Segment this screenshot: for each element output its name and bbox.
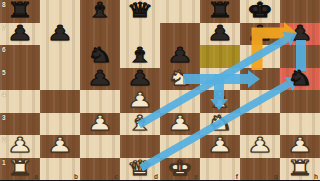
square-f1[interactable]: f (200, 158, 240, 181)
piece-white-pawn[interactable]: ♟ (87, 113, 113, 134)
piece-black-pawn[interactable]: ♟ (7, 23, 33, 44)
square-a5[interactable]: 5 (0, 68, 40, 91)
square-h1[interactable]: h♜ (280, 158, 320, 181)
square-f4[interactable]: ♝ (200, 90, 240, 113)
square-g2[interactable]: ♟ (240, 135, 280, 158)
square-d8[interactable]: ♛ (120, 0, 160, 23)
square-e4[interactable] (160, 90, 200, 113)
square-b1[interactable]: b (40, 158, 80, 181)
square-a4[interactable]: 4 (0, 90, 40, 113)
square-f3[interactable]: ♞ (200, 113, 240, 136)
square-a7[interactable]: 7♟ (0, 23, 40, 46)
square-d5[interactable]: ♟ (120, 68, 160, 91)
piece-white-bishop[interactable]: ♝ (127, 113, 153, 134)
square-e1[interactable]: e♚ (160, 158, 200, 181)
rank-label-4: 4 (2, 91, 6, 98)
piece-black-pawn[interactable]: ♟ (127, 68, 153, 89)
file-label-e: e (194, 173, 198, 180)
piece-white-knight[interactable]: ♞ (167, 68, 193, 89)
square-h5[interactable]: ♞ (280, 68, 320, 91)
square-c2[interactable] (80, 135, 120, 158)
piece-black-pawn[interactable]: ♟ (287, 23, 313, 44)
square-d7[interactable] (120, 23, 160, 46)
square-g6[interactable] (240, 45, 280, 68)
square-c7[interactable] (80, 23, 120, 46)
square-g5[interactable] (240, 68, 280, 91)
piece-white-pawn[interactable]: ♟ (167, 113, 193, 134)
square-d2[interactable] (120, 135, 160, 158)
piece-black-pawn[interactable]: ♟ (167, 45, 193, 66)
square-h2[interactable]: ♟ (280, 135, 320, 158)
square-e6[interactable]: ♟ (160, 45, 200, 68)
square-c3[interactable]: ♟ (80, 113, 120, 136)
square-b3[interactable] (40, 113, 80, 136)
rank-label-1: 1 (2, 159, 6, 166)
piece-black-rook[interactable]: ♜ (7, 0, 33, 21)
chessboard-screenshot: 8♜♝♛♜♚7♟♟♟♟♟6♞♝♟5♟♟♞♞4♟♝3♟♝♟♞2♟♟♟♟♟1a♜bc… (0, 0, 320, 180)
square-a3[interactable]: 3 (0, 113, 40, 136)
file-label-g: g (274, 173, 278, 180)
piece-black-bishop[interactable]: ♝ (127, 45, 153, 66)
square-e8[interactable] (160, 0, 200, 23)
square-c8[interactable]: ♝ (80, 0, 120, 23)
square-g1[interactable]: g (240, 158, 280, 181)
square-d1[interactable]: d♛ (120, 158, 160, 181)
square-b2[interactable]: ♟ (40, 135, 80, 158)
rank-label-7: 7 (2, 24, 6, 31)
piece-black-pawn[interactable]: ♟ (247, 23, 273, 44)
square-g8[interactable]: ♚ (240, 0, 280, 23)
square-d3[interactable]: ♝ (120, 113, 160, 136)
square-c1[interactable]: c (80, 158, 120, 181)
square-f7[interactable]: ♟ (200, 23, 240, 46)
piece-black-knight[interactable]: ♞ (287, 68, 313, 89)
square-c4[interactable] (80, 90, 120, 113)
square-a8[interactable]: 8♜ (0, 0, 40, 23)
square-f2[interactable]: ♟ (200, 135, 240, 158)
square-e5[interactable]: ♞ (160, 68, 200, 91)
square-g4[interactable] (240, 90, 280, 113)
square-g7[interactable]: ♟ (240, 23, 280, 46)
piece-white-pawn[interactable]: ♟ (47, 135, 73, 156)
piece-white-pawn[interactable]: ♟ (247, 135, 273, 156)
file-label-h: h (314, 173, 318, 180)
file-label-d: d (154, 173, 158, 180)
piece-white-knight[interactable]: ♞ (207, 113, 233, 134)
piece-black-pawn[interactable]: ♟ (207, 23, 233, 44)
square-f5[interactable] (200, 68, 240, 91)
chess-board: 8♜♝♛♜♚7♟♟♟♟♟6♞♝♟5♟♟♞♞4♟♝3♟♝♟♞2♟♟♟♟♟1a♜bc… (0, 0, 320, 180)
square-d6[interactable]: ♝ (120, 45, 160, 68)
square-e3[interactable]: ♟ (160, 113, 200, 136)
piece-white-rook[interactable]: ♜ (7, 158, 33, 179)
square-b7[interactable]: ♟ (40, 23, 80, 46)
square-b4[interactable] (40, 90, 80, 113)
square-h4[interactable] (280, 90, 320, 113)
rank-label-6: 6 (2, 46, 6, 53)
piece-black-queen[interactable]: ♛ (127, 0, 153, 21)
square-g3[interactable] (240, 113, 280, 136)
piece-white-rook[interactable]: ♜ (287, 158, 313, 179)
rank-label-5: 5 (2, 69, 6, 76)
piece-black-pawn[interactable]: ♟ (87, 68, 113, 89)
square-f8[interactable]: ♜ (200, 0, 240, 23)
rank-label-8: 8 (2, 1, 6, 8)
square-a2[interactable]: 2♟ (0, 135, 40, 158)
file-label-c: c (114, 173, 118, 180)
piece-white-pawn[interactable]: ♟ (7, 135, 33, 156)
piece-black-rook[interactable]: ♜ (207, 0, 233, 21)
square-b8[interactable] (40, 0, 80, 23)
piece-black-knight[interactable]: ♞ (87, 45, 113, 66)
square-a1[interactable]: 1a♜ (0, 158, 40, 181)
rank-label-3: 3 (2, 114, 6, 121)
square-h7[interactable]: ♟ (280, 23, 320, 46)
file-label-b: b (74, 173, 78, 180)
square-c5[interactable]: ♟ (80, 68, 120, 91)
square-h6[interactable] (280, 45, 320, 68)
piece-black-king[interactable]: ♚ (247, 0, 273, 21)
file-label-f: f (236, 173, 238, 180)
square-e2[interactable] (160, 135, 200, 158)
square-e7[interactable] (160, 23, 200, 46)
square-b6[interactable] (40, 45, 80, 68)
square-b5[interactable] (40, 68, 80, 91)
piece-white-bishop[interactable]: ♝ (207, 90, 233, 111)
rank-label-2: 2 (2, 136, 6, 143)
piece-black-bishop[interactable]: ♝ (87, 0, 113, 21)
square-h8[interactable] (280, 0, 320, 23)
square-a6[interactable]: 6 (0, 45, 40, 68)
piece-white-king[interactable]: ♚ (167, 158, 193, 179)
square-h3[interactable] (280, 113, 320, 136)
square-f6[interactable] (200, 45, 240, 68)
piece-white-pawn[interactable]: ♟ (207, 135, 233, 156)
square-d4[interactable]: ♟ (120, 90, 160, 113)
piece-black-pawn[interactable]: ♟ (47, 23, 73, 44)
square-c6[interactable]: ♞ (80, 45, 120, 68)
file-label-a: a (34, 173, 38, 180)
piece-white-pawn[interactable]: ♟ (127, 90, 153, 111)
piece-white-queen[interactable]: ♛ (127, 158, 153, 179)
piece-white-pawn[interactable]: ♟ (287, 135, 313, 156)
